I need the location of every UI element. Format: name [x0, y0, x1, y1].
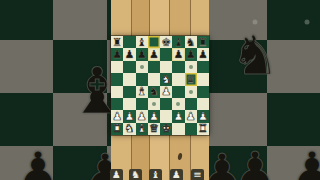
piece-black-king: ♚ [161, 37, 171, 48]
piece-white-knight: ♞ [124, 123, 134, 134]
move-hint-dot [140, 65, 144, 69]
square-h8[interactable]: ♜ [197, 36, 209, 48]
piece-black-pawn: ♟ [198, 49, 208, 60]
square-a4[interactable] [111, 86, 123, 98]
tray-square-bishop[interactable]: ♝ [149, 169, 162, 180]
square-h6[interactable] [197, 61, 209, 73]
square-a7[interactable]: ♟ [111, 48, 123, 60]
piece-white-pawn: ♟ [137, 111, 147, 122]
square-g5[interactable]: ♛ [185, 73, 197, 85]
background-square [53, 0, 107, 40]
square-d7[interactable]: ♟ [148, 48, 160, 60]
square-c5[interactable] [136, 73, 148, 85]
piece-black-knight: ♞ [149, 86, 159, 97]
piece-black-pawn: ♟ [124, 49, 134, 60]
move-hint-dot [152, 102, 156, 106]
piece-black-queen: ♛ [186, 74, 196, 85]
move-hint-dot [189, 90, 193, 94]
background-square [0, 93, 53, 146]
square-g3[interactable] [185, 98, 197, 110]
square-g1[interactable] [185, 123, 197, 135]
piece-white-queen: ♛ [149, 123, 159, 134]
square-a1[interactable]: ♜ [111, 123, 123, 135]
tray-square-pawn[interactable]: ♟ [110, 169, 123, 180]
square-b3[interactable] [123, 98, 135, 110]
background-square [0, 0, 53, 40]
tray-square-knight[interactable]: ♞ [129, 169, 142, 180]
square-d2[interactable]: ♟ [148, 110, 160, 122]
square-h7[interactable]: ♟ [197, 48, 209, 60]
square-g8[interactable]: ♞ [185, 36, 197, 48]
square-h4[interactable] [197, 86, 209, 98]
chess-board: ♜♝♚♝♞♜♟♟♟♟♟♟♟♞♛♝♞♟♟♟♟♟♟♟♟♜♞♝♛♚♜ [111, 36, 209, 135]
piece-white-bishop: ♝ [137, 123, 147, 134]
piece-black-pawn: ♟ [112, 49, 122, 60]
background-hint-dot [305, 20, 310, 25]
piece-black-pawn: ♟ [173, 49, 183, 60]
square-e7[interactable] [160, 48, 172, 60]
square-g4[interactable] [185, 86, 197, 98]
background-square [267, 93, 320, 146]
piece-white-pawn: ♟ [198, 111, 208, 122]
bishop-icon: ♝ [151, 169, 160, 180]
piece-black-bishop: ♝ [137, 37, 147, 48]
wood-strip-top [111, 0, 209, 36]
square-d1[interactable]: ♛ [148, 123, 160, 135]
square-c1[interactable]: ♝ [136, 123, 148, 135]
background-pawn-silhouette: ♟ [16, 145, 59, 180]
move-hint-dot [189, 65, 193, 69]
tray-square-pawn[interactable]: ♟ [170, 169, 183, 180]
piece-white-pawn: ♟ [173, 111, 183, 122]
square-b7[interactable]: ♟ [123, 48, 135, 60]
piece-black-bishop: ♝ [173, 37, 183, 48]
square-d8[interactable] [148, 36, 160, 48]
square-c2[interactable]: ♟ [136, 110, 148, 122]
square-a3[interactable] [111, 98, 123, 110]
piece-white-pawn: ♟ [186, 111, 196, 122]
square-h2[interactable]: ♟ [197, 110, 209, 122]
background-square [213, 93, 267, 146]
square-b1[interactable]: ♞ [123, 123, 135, 135]
move-hint-dot [176, 102, 180, 106]
square-b6[interactable] [123, 61, 135, 73]
square-f3[interactable] [172, 98, 184, 110]
square-f7[interactable]: ♟ [172, 48, 184, 60]
background-pawn-silhouette: ♟ [290, 145, 320, 180]
square-h1[interactable]: ♜ [197, 123, 209, 135]
piece-white-pawn: ♟ [124, 111, 134, 122]
square-e2[interactable] [160, 110, 172, 122]
piece-white-knight: ♞ [161, 74, 171, 85]
video-frame: ♝♞♟♟♟♟♟ ♜♝♚♝♞♜♟♟♟♟♟♟♟♞♛♝♞♟♟♟♟♟♟♟♟♜♞♝♛♚♜ … [0, 0, 320, 180]
background-knight-silhouette: ♞ [231, 29, 279, 83]
piece-white-rook: ♜ [198, 123, 208, 134]
square-c8[interactable]: ♝ [136, 36, 148, 48]
square-c6[interactable] [136, 61, 148, 73]
square-d4[interactable]: ♞ [148, 86, 160, 98]
background-pawn-silhouette: ♟ [233, 145, 276, 180]
piece-black-pawn: ♟ [186, 49, 196, 60]
square-f5[interactable] [172, 73, 184, 85]
background-hint-dot [253, 20, 258, 25]
piece-white-pawn: ♟ [161, 86, 171, 97]
square-c7[interactable]: ♟ [136, 48, 148, 60]
square-f4[interactable] [172, 86, 184, 98]
piece-black-rook: ♜ [198, 37, 208, 48]
piece-black-rook: ♜ [112, 37, 122, 48]
piece-black-pawn: ♟ [137, 49, 147, 60]
pawn-icon: ♟ [172, 169, 181, 180]
square-f1[interactable] [172, 123, 184, 135]
square-g7[interactable]: ♟ [185, 48, 197, 60]
square-c3[interactable] [136, 98, 148, 110]
square-e6[interactable] [160, 61, 172, 73]
square-e8[interactable]: ♚ [160, 36, 172, 48]
piece-white-rook: ♜ [112, 123, 122, 134]
square-e4[interactable]: ♟ [160, 86, 172, 98]
square-a6[interactable] [111, 61, 123, 73]
square-a5[interactable] [111, 73, 123, 85]
background-square [0, 40, 53, 93]
piece-white-bishop: ♝ [137, 86, 147, 97]
square-e1[interactable]: ♚ [160, 123, 172, 135]
tray-square-menu-lines[interactable]: ≡ [191, 169, 204, 180]
square-b2[interactable]: ♟ [123, 110, 135, 122]
square-a8[interactable]: ♜ [111, 36, 123, 48]
piece-white-king: ♚ [161, 123, 171, 134]
pawn-icon: ♟ [112, 169, 121, 180]
square-g2[interactable]: ♟ [185, 110, 197, 122]
piece-black-knight: ♞ [186, 37, 196, 48]
square-a2[interactable]: ♟ [111, 110, 123, 122]
square-b5[interactable] [123, 73, 135, 85]
square-f2[interactable]: ♟ [172, 110, 184, 122]
square-b4[interactable] [123, 86, 135, 98]
square-d6[interactable] [148, 61, 160, 73]
square-d3[interactable] [148, 98, 160, 110]
piece-black-pawn: ♟ [149, 49, 159, 60]
square-g6[interactable] [185, 61, 197, 73]
square-e3[interactable] [160, 98, 172, 110]
square-f6[interactable] [172, 61, 184, 73]
square-h3[interactable] [197, 98, 209, 110]
knight-icon: ♞ [131, 169, 140, 180]
square-e5[interactable]: ♞ [160, 73, 172, 85]
square-f8[interactable]: ♝ [172, 36, 184, 48]
square-h5[interactable] [197, 73, 209, 85]
menu-lines-icon: ≡ [193, 169, 201, 180]
square-d5[interactable] [148, 73, 160, 85]
square-c4[interactable]: ♝ [136, 86, 148, 98]
square-b8[interactable] [123, 36, 135, 48]
piece-white-pawn: ♟ [149, 111, 159, 122]
piece-white-pawn: ♟ [112, 111, 122, 122]
